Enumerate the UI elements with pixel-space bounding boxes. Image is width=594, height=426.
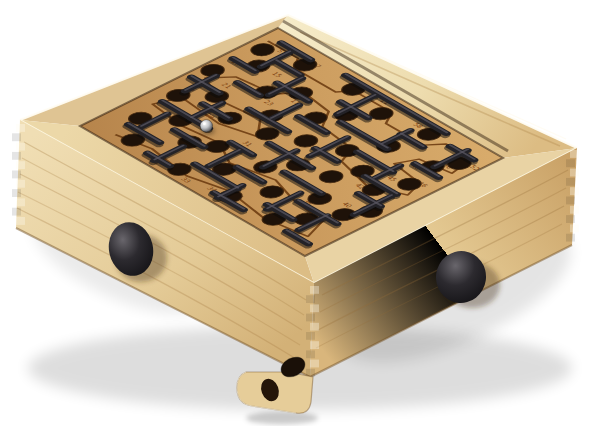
finger-joint xyxy=(566,197,575,205)
finger-joint xyxy=(570,187,579,195)
finger-joint xyxy=(566,234,575,242)
finger-joint xyxy=(16,198,25,206)
finger-joint xyxy=(16,217,25,225)
finger-joint xyxy=(12,189,21,197)
finger-joint xyxy=(570,206,579,214)
finger-joint xyxy=(310,341,319,349)
finger-joint xyxy=(566,159,575,167)
finger-joint xyxy=(310,323,319,331)
finger-joint xyxy=(566,215,575,223)
finger-joint xyxy=(310,360,319,368)
finger-joint xyxy=(570,224,579,232)
finger-joint xyxy=(306,295,315,303)
labyrinth-photo-stage: 5791113151719212325272931333435363840424… xyxy=(0,0,594,426)
finger-joint xyxy=(12,208,21,216)
ball-highlight xyxy=(203,122,206,125)
finger-joint xyxy=(16,180,25,188)
finger-joint xyxy=(570,150,579,158)
finger-joint xyxy=(12,133,21,141)
finger-joint xyxy=(16,124,25,132)
finger-joint xyxy=(306,314,315,322)
finger-joint xyxy=(12,152,21,160)
finger-joint xyxy=(16,143,25,151)
finger-joint xyxy=(566,178,575,186)
finger-joint xyxy=(310,286,319,294)
finger-joint xyxy=(306,332,315,340)
finger-joint xyxy=(12,171,21,179)
finger-joint xyxy=(306,350,315,358)
labyrinth-scene: 5791113151719212325272931333435363840424… xyxy=(0,0,594,426)
finger-joint xyxy=(310,304,319,312)
finger-joint xyxy=(570,169,579,177)
finger-joint xyxy=(16,161,25,169)
